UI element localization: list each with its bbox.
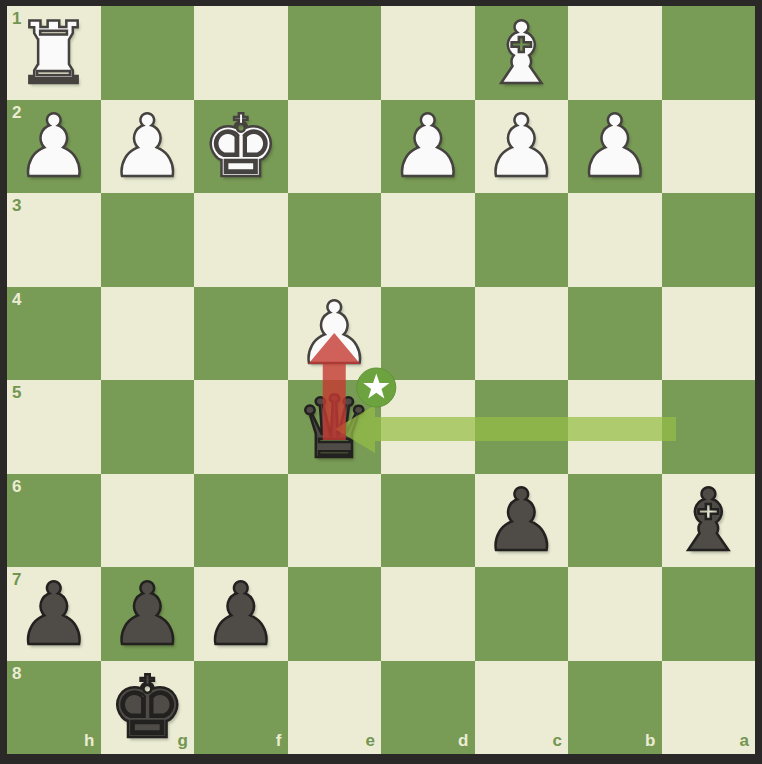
square-f5[interactable] [194, 380, 288, 474]
square-b2[interactable]: ♟ [568, 100, 662, 194]
white-pawn[interactable]: ♟ [288, 287, 382, 381]
square-b7[interactable] [568, 567, 662, 661]
square-f7[interactable]: ♟ [194, 567, 288, 661]
square-d6[interactable] [381, 474, 475, 568]
chess-board[interactable]: 1♜♝2♟♟♚♟♟♟34♟5♛6♟♝7♟♟♟8hg♚fedcba [7, 6, 755, 754]
white-pawn[interactable]: ♟ [101, 100, 195, 194]
square-a3[interactable] [662, 193, 756, 287]
file-label-f: f [276, 731, 282, 751]
rank-label-1: 1 [12, 9, 21, 29]
square-g5[interactable] [101, 380, 195, 474]
square-h6[interactable]: 6 [7, 474, 101, 568]
square-b4[interactable] [568, 287, 662, 381]
square-b6[interactable] [568, 474, 662, 568]
black-bishop[interactable]: ♝ [662, 474, 756, 568]
square-g8[interactable]: g♚ [101, 661, 195, 755]
square-c7[interactable] [475, 567, 569, 661]
black-pawn[interactable]: ♟ [475, 474, 569, 568]
square-b1[interactable] [568, 6, 662, 100]
square-a1[interactable] [662, 6, 756, 100]
square-c5[interactable] [475, 380, 569, 474]
square-h1[interactable]: 1♜ [7, 6, 101, 100]
black-pawn[interactable]: ♟ [101, 567, 195, 661]
file-label-g: g [178, 731, 188, 751]
file-label-b: b [645, 731, 655, 751]
file-label-e: e [366, 731, 375, 751]
square-g3[interactable] [101, 193, 195, 287]
square-f2[interactable]: ♚ [194, 100, 288, 194]
square-g4[interactable] [101, 287, 195, 381]
square-g2[interactable]: ♟ [101, 100, 195, 194]
square-b3[interactable] [568, 193, 662, 287]
white-bishop[interactable]: ♝ [475, 6, 569, 100]
rank-label-6: 6 [12, 477, 21, 497]
square-d7[interactable] [381, 567, 475, 661]
white-pawn[interactable]: ♟ [381, 100, 475, 194]
square-d8[interactable]: d [381, 661, 475, 755]
square-f4[interactable] [194, 287, 288, 381]
rank-label-4: 4 [12, 290, 21, 310]
square-b8[interactable]: b [568, 661, 662, 755]
square-f8[interactable]: f [194, 661, 288, 755]
rank-label-2: 2 [12, 103, 21, 123]
square-a8[interactable]: a [662, 661, 756, 755]
square-c1[interactable]: ♝ [475, 6, 569, 100]
square-c6[interactable]: ♟ [475, 474, 569, 568]
square-a2[interactable] [662, 100, 756, 194]
rank-label-8: 8 [12, 664, 21, 684]
square-a5[interactable] [662, 380, 756, 474]
square-f6[interactable] [194, 474, 288, 568]
square-d1[interactable] [381, 6, 475, 100]
rank-label-5: 5 [12, 383, 21, 403]
square-h7[interactable]: 7♟ [7, 567, 101, 661]
square-d4[interactable] [381, 287, 475, 381]
square-h5[interactable]: 5 [7, 380, 101, 474]
square-d5[interactable] [381, 380, 475, 474]
square-c4[interactable] [475, 287, 569, 381]
square-c8[interactable]: c [475, 661, 569, 755]
white-pawn[interactable]: ♟ [475, 100, 569, 194]
square-h8[interactable]: 8h [7, 661, 101, 755]
white-king[interactable]: ♚ [194, 100, 288, 194]
square-h2[interactable]: 2♟ [7, 100, 101, 194]
square-g7[interactable]: ♟ [101, 567, 195, 661]
white-pawn[interactable]: ♟ [568, 100, 662, 194]
black-queen[interactable]: ♛ [288, 380, 382, 474]
file-label-d: d [458, 731, 468, 751]
file-label-c: c [553, 731, 562, 751]
file-label-a: a [740, 731, 749, 751]
square-e1[interactable] [288, 6, 382, 100]
square-a4[interactable] [662, 287, 756, 381]
square-a6[interactable]: ♝ [662, 474, 756, 568]
square-f1[interactable] [194, 6, 288, 100]
square-e2[interactable] [288, 100, 382, 194]
square-e5[interactable]: ♛ [288, 380, 382, 474]
square-c2[interactable]: ♟ [475, 100, 569, 194]
square-h3[interactable]: 3 [7, 193, 101, 287]
square-d2[interactable]: ♟ [381, 100, 475, 194]
square-f3[interactable] [194, 193, 288, 287]
black-pawn[interactable]: ♟ [194, 567, 288, 661]
square-e8[interactable]: e [288, 661, 382, 755]
file-label-h: h [84, 731, 94, 751]
square-h4[interactable]: 4 [7, 287, 101, 381]
square-e6[interactable] [288, 474, 382, 568]
square-c3[interactable] [475, 193, 569, 287]
square-d3[interactable] [381, 193, 475, 287]
square-a7[interactable] [662, 567, 756, 661]
rank-label-7: 7 [12, 570, 21, 590]
square-e7[interactable] [288, 567, 382, 661]
square-e4[interactable]: ♟ [288, 287, 382, 381]
square-g1[interactable] [101, 6, 195, 100]
square-b5[interactable] [568, 380, 662, 474]
square-e3[interactable] [288, 193, 382, 287]
rank-label-3: 3 [12, 196, 21, 216]
square-g6[interactable] [101, 474, 195, 568]
